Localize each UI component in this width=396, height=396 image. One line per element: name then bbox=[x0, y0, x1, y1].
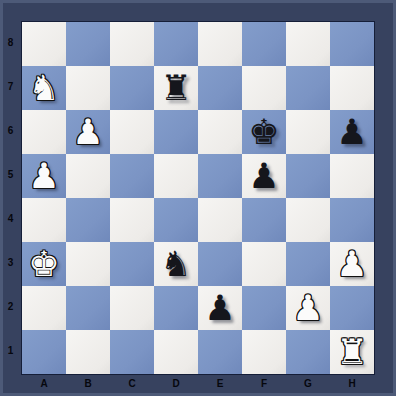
piece-white-pawn-g2[interactable]: ♟ bbox=[292, 286, 323, 330]
square-c1[interactable] bbox=[110, 330, 154, 374]
piece-white-rook-h1[interactable]: ♜ bbox=[336, 330, 367, 374]
square-h6[interactable]: ♟ bbox=[330, 110, 374, 154]
square-a2[interactable] bbox=[22, 286, 66, 330]
square-a3[interactable]: ♚ bbox=[22, 242, 66, 286]
rank-label-6: 6 bbox=[0, 109, 21, 153]
square-c6[interactable] bbox=[110, 110, 154, 154]
piece-white-pawn-a5[interactable]: ♟ bbox=[28, 154, 59, 198]
square-e1[interactable] bbox=[198, 330, 242, 374]
rank-label-4: 4 bbox=[0, 197, 21, 241]
square-h1[interactable]: ♜ bbox=[330, 330, 374, 374]
square-e3[interactable] bbox=[198, 242, 242, 286]
file-label-h: H bbox=[330, 375, 374, 392]
chess-board: ♞♜♟♚♟♟♟♚♞♟♟♟♜ bbox=[21, 21, 375, 375]
square-b1[interactable] bbox=[66, 330, 110, 374]
square-g5[interactable] bbox=[286, 154, 330, 198]
square-b3[interactable] bbox=[66, 242, 110, 286]
square-f6[interactable]: ♚ bbox=[242, 110, 286, 154]
file-label-e: E bbox=[198, 375, 242, 392]
square-g6[interactable] bbox=[286, 110, 330, 154]
square-a8[interactable] bbox=[22, 22, 66, 66]
piece-black-pawn-h6[interactable]: ♟ bbox=[336, 110, 367, 154]
square-g1[interactable] bbox=[286, 330, 330, 374]
rank-label-1: 1 bbox=[0, 329, 21, 373]
square-f1[interactable] bbox=[242, 330, 286, 374]
piece-black-pawn-e2[interactable]: ♟ bbox=[204, 286, 235, 330]
square-h5[interactable] bbox=[330, 154, 374, 198]
piece-black-king-f6[interactable]: ♚ bbox=[248, 110, 279, 154]
square-d3[interactable]: ♞ bbox=[154, 242, 198, 286]
chess-board-frame: ♞♜♟♚♟♟♟♚♞♟♟♟♜ 87654321 ABCDEFGH bbox=[0, 0, 396, 396]
square-b5[interactable] bbox=[66, 154, 110, 198]
square-d8[interactable] bbox=[154, 22, 198, 66]
file-label-c: C bbox=[110, 375, 154, 392]
square-g7[interactable] bbox=[286, 66, 330, 110]
piece-white-knight-a7[interactable]: ♞ bbox=[28, 66, 59, 110]
square-h4[interactable] bbox=[330, 198, 374, 242]
square-h2[interactable] bbox=[330, 286, 374, 330]
square-g8[interactable] bbox=[286, 22, 330, 66]
piece-white-pawn-h3[interactable]: ♟ bbox=[336, 242, 367, 286]
square-f3[interactable] bbox=[242, 242, 286, 286]
square-d4[interactable] bbox=[154, 198, 198, 242]
rank-label-5: 5 bbox=[0, 153, 21, 197]
square-a1[interactable] bbox=[22, 330, 66, 374]
square-f8[interactable] bbox=[242, 22, 286, 66]
square-f4[interactable] bbox=[242, 198, 286, 242]
square-f5[interactable]: ♟ bbox=[242, 154, 286, 198]
square-b4[interactable] bbox=[66, 198, 110, 242]
square-h3[interactable]: ♟ bbox=[330, 242, 374, 286]
piece-white-pawn-b6[interactable]: ♟ bbox=[72, 110, 103, 154]
file-label-g: G bbox=[286, 375, 330, 392]
file-label-f: F bbox=[242, 375, 286, 392]
rank-label-8: 8 bbox=[0, 21, 21, 65]
square-d2[interactable] bbox=[154, 286, 198, 330]
file-label-d: D bbox=[154, 375, 198, 392]
square-b7[interactable] bbox=[66, 66, 110, 110]
square-d5[interactable] bbox=[154, 154, 198, 198]
rank-label-2: 2 bbox=[0, 285, 21, 329]
square-c4[interactable] bbox=[110, 198, 154, 242]
square-f2[interactable] bbox=[242, 286, 286, 330]
square-d7[interactable]: ♜ bbox=[154, 66, 198, 110]
square-e5[interactable] bbox=[198, 154, 242, 198]
square-g2[interactable]: ♟ bbox=[286, 286, 330, 330]
piece-black-rook-d7[interactable]: ♜ bbox=[160, 66, 191, 110]
square-c3[interactable] bbox=[110, 242, 154, 286]
rank-label-3: 3 bbox=[0, 241, 21, 285]
file-label-a: A bbox=[22, 375, 66, 392]
square-e4[interactable] bbox=[198, 198, 242, 242]
square-h8[interactable] bbox=[330, 22, 374, 66]
square-a6[interactable] bbox=[22, 110, 66, 154]
square-b6[interactable]: ♟ bbox=[66, 110, 110, 154]
square-b2[interactable] bbox=[66, 286, 110, 330]
square-e7[interactable] bbox=[198, 66, 242, 110]
square-a4[interactable] bbox=[22, 198, 66, 242]
square-e2[interactable]: ♟ bbox=[198, 286, 242, 330]
square-a5[interactable]: ♟ bbox=[22, 154, 66, 198]
square-d6[interactable] bbox=[154, 110, 198, 154]
square-e8[interactable] bbox=[198, 22, 242, 66]
square-h7[interactable] bbox=[330, 66, 374, 110]
piece-black-knight-d3[interactable]: ♞ bbox=[160, 242, 191, 286]
square-e6[interactable] bbox=[198, 110, 242, 154]
square-c7[interactable] bbox=[110, 66, 154, 110]
square-d1[interactable] bbox=[154, 330, 198, 374]
square-a7[interactable]: ♞ bbox=[22, 66, 66, 110]
square-g4[interactable] bbox=[286, 198, 330, 242]
square-c5[interactable] bbox=[110, 154, 154, 198]
square-c2[interactable] bbox=[110, 286, 154, 330]
piece-black-pawn-f5[interactable]: ♟ bbox=[248, 154, 279, 198]
square-f7[interactable] bbox=[242, 66, 286, 110]
square-c8[interactable] bbox=[110, 22, 154, 66]
file-label-b: B bbox=[66, 375, 110, 392]
square-g3[interactable] bbox=[286, 242, 330, 286]
square-b8[interactable] bbox=[66, 22, 110, 66]
piece-white-king-a3[interactable]: ♚ bbox=[28, 242, 59, 286]
rank-label-7: 7 bbox=[0, 65, 21, 109]
